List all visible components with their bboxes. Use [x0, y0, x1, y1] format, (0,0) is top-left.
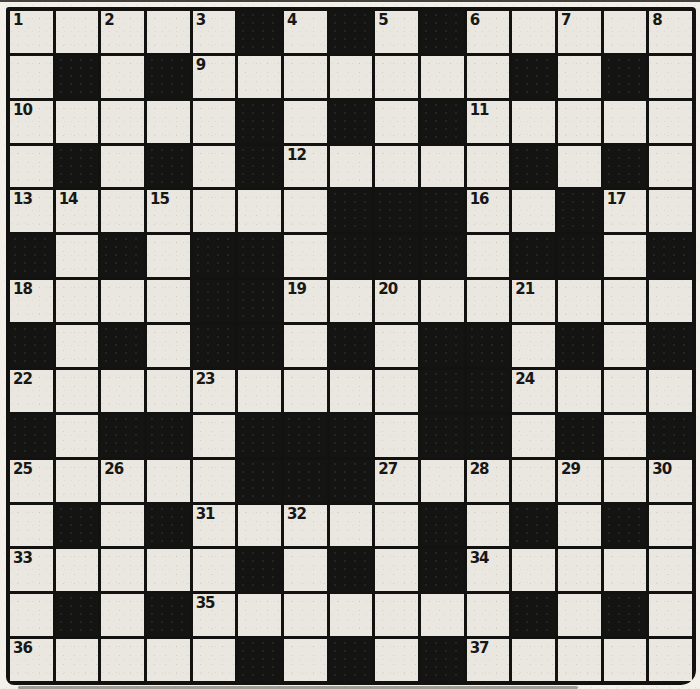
white-cell[interactable]: 31 [193, 505, 236, 547]
clue-number: 29 [561, 460, 580, 478]
black-cell [193, 325, 236, 367]
white-cell[interactable] [56, 639, 99, 681]
white-cell[interactable] [193, 146, 236, 188]
clue-number: 35 [196, 594, 215, 612]
white-cell[interactable] [56, 370, 99, 412]
white-cell[interactable] [101, 280, 144, 322]
white-cell[interactable]: 27 [375, 460, 418, 502]
clue-number: 22 [13, 370, 32, 388]
white-cell[interactable] [193, 549, 236, 591]
white-cell[interactable] [147, 280, 190, 322]
black-cell [421, 415, 464, 457]
black-cell [147, 505, 190, 547]
black-cell [330, 639, 373, 681]
white-cell[interactable]: 30 [649, 460, 692, 502]
white-cell[interactable] [375, 370, 418, 412]
white-cell[interactable] [512, 549, 555, 591]
white-cell[interactable]: 20 [375, 280, 418, 322]
black-cell [101, 325, 144, 367]
white-cell[interactable] [101, 594, 144, 636]
white-cell[interactable] [56, 460, 99, 502]
black-cell [238, 415, 281, 457]
black-cell [604, 146, 647, 188]
black-cell [193, 235, 236, 277]
white-cell[interactable]: 35 [193, 594, 236, 636]
white-cell[interactable] [558, 101, 601, 143]
clue-number: 2 [104, 11, 113, 29]
white-cell[interactable] [284, 549, 327, 591]
white-cell[interactable] [467, 594, 510, 636]
black-cell [467, 370, 510, 412]
white-cell[interactable] [649, 639, 692, 681]
black-cell [375, 190, 418, 232]
white-cell[interactable] [284, 190, 327, 232]
black-cell [56, 505, 99, 547]
white-cell[interactable] [375, 549, 418, 591]
clue-number: 34 [470, 549, 489, 567]
white-cell[interactable] [375, 505, 418, 547]
white-cell[interactable] [512, 415, 555, 457]
black-cell [147, 594, 190, 636]
black-cell [101, 235, 144, 277]
white-cell[interactable] [512, 101, 555, 143]
black-cell [558, 325, 601, 367]
clue-number: 30 [652, 460, 671, 478]
black-cell [238, 280, 281, 322]
white-cell[interactable] [193, 415, 236, 457]
white-cell[interactable] [193, 460, 236, 502]
white-cell[interactable]: 17 [604, 190, 647, 232]
white-cell[interactable]: 12 [284, 146, 327, 188]
black-cell [56, 146, 99, 188]
white-cell[interactable] [467, 235, 510, 277]
white-cell[interactable] [284, 235, 327, 277]
black-cell [10, 415, 53, 457]
white-cell[interactable]: 8 [649, 11, 692, 53]
white-cell[interactable] [512, 11, 555, 53]
white-cell[interactable] [375, 415, 418, 457]
scanned-newspaper-page: { "game": "crossword", "board": { "rows"… [0, 0, 700, 689]
white-cell[interactable] [649, 549, 692, 591]
white-cell[interactable] [375, 101, 418, 143]
white-cell[interactable] [101, 549, 144, 591]
white-cell[interactable] [512, 639, 555, 681]
white-cell[interactable]: 7 [558, 11, 601, 53]
black-cell [604, 56, 647, 98]
white-cell[interactable] [604, 101, 647, 143]
black-cell [10, 235, 53, 277]
black-cell [421, 325, 464, 367]
white-cell[interactable] [604, 11, 647, 53]
white-cell[interactable] [238, 594, 281, 636]
white-cell[interactable]: 32 [284, 505, 327, 547]
white-cell[interactable]: 25 [10, 460, 53, 502]
clue-number: 31 [196, 505, 215, 523]
white-cell[interactable] [238, 370, 281, 412]
white-cell[interactable] [284, 325, 327, 367]
white-cell[interactable] [558, 56, 601, 98]
white-cell[interactable] [649, 146, 692, 188]
white-cell[interactable] [375, 594, 418, 636]
white-cell[interactable] [649, 594, 692, 636]
white-cell[interactable] [284, 370, 327, 412]
white-cell[interactable] [604, 639, 647, 681]
black-cell [512, 56, 555, 98]
black-cell [330, 460, 373, 502]
black-cell [330, 235, 373, 277]
black-cell [330, 11, 373, 53]
white-cell[interactable] [147, 235, 190, 277]
black-cell [512, 594, 555, 636]
white-cell[interactable] [147, 325, 190, 367]
clue-number: 1 [13, 11, 22, 29]
clue-number: 4 [287, 11, 296, 29]
white-cell[interactable] [101, 639, 144, 681]
white-cell[interactable] [330, 146, 373, 188]
white-cell[interactable] [193, 101, 236, 143]
white-cell[interactable]: 6 [467, 11, 510, 53]
clue-number: 32 [287, 505, 306, 523]
white-cell[interactable] [56, 11, 99, 53]
clue-number: 20 [378, 280, 397, 298]
clue-number: 23 [196, 370, 215, 388]
black-cell [238, 11, 281, 53]
white-cell[interactable] [512, 190, 555, 232]
white-cell[interactable] [467, 146, 510, 188]
white-cell[interactable] [467, 56, 510, 98]
crossword-board: 1234567891011121314151617181920212223242… [6, 7, 696, 685]
clue-number: 36 [13, 639, 32, 657]
white-cell[interactable] [101, 101, 144, 143]
black-cell [330, 101, 373, 143]
white-cell[interactable] [649, 280, 692, 322]
black-cell [101, 415, 144, 457]
white-cell[interactable]: 26 [101, 460, 144, 502]
black-cell [330, 549, 373, 591]
white-cell[interactable] [604, 549, 647, 591]
white-cell[interactable] [330, 370, 373, 412]
white-cell[interactable] [238, 505, 281, 547]
black-cell [558, 190, 601, 232]
white-cell[interactable] [330, 594, 373, 636]
white-cell[interactable] [10, 505, 53, 547]
white-cell[interactable] [56, 235, 99, 277]
clue-number: 25 [13, 460, 32, 478]
white-cell[interactable] [604, 415, 647, 457]
white-cell[interactable]: 16 [467, 190, 510, 232]
white-cell[interactable] [193, 190, 236, 232]
black-cell [558, 415, 601, 457]
clue-number: 27 [378, 460, 397, 478]
clue-number: 6 [470, 11, 479, 29]
white-cell[interactable] [56, 415, 99, 457]
black-cell [193, 280, 236, 322]
white-cell[interactable]: 2 [101, 11, 144, 53]
white-cell[interactable]: 3 [193, 11, 236, 53]
white-cell[interactable]: 11 [467, 101, 510, 143]
white-cell[interactable] [421, 56, 464, 98]
clue-number: 26 [104, 460, 123, 478]
black-cell [238, 549, 281, 591]
white-cell[interactable] [467, 505, 510, 547]
black-cell [147, 415, 190, 457]
white-cell[interactable] [649, 370, 692, 412]
white-cell[interactable] [330, 56, 373, 98]
black-cell [238, 639, 281, 681]
clue-number: 24 [515, 370, 534, 388]
white-cell[interactable] [147, 460, 190, 502]
clue-number: 28 [470, 460, 489, 478]
white-cell[interactable]: 18 [10, 280, 53, 322]
black-cell [512, 235, 555, 277]
clue-number: 11 [470, 101, 489, 119]
black-cell [558, 235, 601, 277]
clue-number: 37 [470, 639, 489, 657]
white-cell[interactable] [649, 101, 692, 143]
white-cell[interactable] [101, 505, 144, 547]
clue-number: 9 [196, 56, 205, 74]
white-cell[interactable]: 21 [512, 280, 555, 322]
clue-number: 14 [59, 190, 78, 208]
black-cell [330, 190, 373, 232]
white-cell[interactable]: 13 [10, 190, 53, 232]
clue-number: 33 [13, 549, 32, 567]
white-cell[interactable] [147, 370, 190, 412]
white-cell[interactable] [193, 639, 236, 681]
white-cell[interactable] [56, 280, 99, 322]
white-cell[interactable] [375, 146, 418, 188]
clue-number: 21 [515, 280, 534, 298]
black-cell [56, 594, 99, 636]
white-cell[interactable]: 33 [10, 549, 53, 591]
white-cell[interactable] [421, 460, 464, 502]
white-cell[interactable] [512, 325, 555, 367]
white-cell[interactable] [10, 594, 53, 636]
black-cell [147, 56, 190, 98]
white-cell[interactable] [147, 549, 190, 591]
white-cell[interactable] [284, 594, 327, 636]
white-cell[interactable]: 28 [467, 460, 510, 502]
white-cell[interactable]: 37 [467, 639, 510, 681]
white-cell[interactable]: 19 [284, 280, 327, 322]
white-cell[interactable] [101, 190, 144, 232]
clue-number: 17 [607, 190, 626, 208]
clue-number: 16 [470, 190, 489, 208]
white-cell[interactable] [238, 56, 281, 98]
white-cell[interactable] [649, 505, 692, 547]
black-cell [649, 415, 692, 457]
white-cell[interactable] [421, 146, 464, 188]
white-cell[interactable] [558, 505, 601, 547]
black-cell [649, 325, 692, 367]
black-cell [512, 146, 555, 188]
black-cell [421, 549, 464, 591]
white-cell[interactable] [375, 56, 418, 98]
white-cell[interactable] [375, 325, 418, 367]
black-cell [512, 505, 555, 547]
white-cell[interactable]: 9 [193, 56, 236, 98]
white-cell[interactable] [101, 56, 144, 98]
white-cell[interactable] [649, 190, 692, 232]
white-cell[interactable]: 36 [10, 639, 53, 681]
white-cell[interactable] [10, 56, 53, 98]
white-cell[interactable]: 34 [467, 549, 510, 591]
white-cell[interactable] [558, 549, 601, 591]
black-cell [56, 56, 99, 98]
black-cell [421, 190, 464, 232]
white-cell[interactable] [649, 56, 692, 98]
white-cell[interactable]: 4 [284, 11, 327, 53]
black-cell [421, 101, 464, 143]
white-cell[interactable] [558, 639, 601, 681]
white-cell[interactable] [147, 11, 190, 53]
white-cell[interactable] [604, 370, 647, 412]
white-cell[interactable] [284, 56, 327, 98]
black-cell [467, 415, 510, 457]
white-cell[interactable]: 29 [558, 460, 601, 502]
clue-number: 10 [13, 101, 32, 119]
black-cell [330, 325, 373, 367]
black-cell [421, 370, 464, 412]
white-cell[interactable] [56, 101, 99, 143]
white-cell[interactable] [467, 280, 510, 322]
white-cell[interactable] [558, 370, 601, 412]
black-cell [238, 235, 281, 277]
white-cell[interactable] [330, 280, 373, 322]
clue-number: 8 [652, 11, 661, 29]
white-cell[interactable] [56, 325, 99, 367]
white-cell[interactable] [101, 370, 144, 412]
white-cell[interactable]: 10 [10, 101, 53, 143]
white-cell[interactable] [284, 101, 327, 143]
white-cell[interactable] [604, 235, 647, 277]
white-cell[interactable]: 23 [193, 370, 236, 412]
white-cell[interactable] [56, 549, 99, 591]
black-cell [649, 235, 692, 277]
white-cell[interactable]: 14 [56, 190, 99, 232]
black-cell [238, 101, 281, 143]
black-cell [284, 415, 327, 457]
black-cell [238, 146, 281, 188]
clue-number: 15 [150, 190, 169, 208]
black-cell [147, 146, 190, 188]
white-cell[interactable] [10, 146, 53, 188]
clue-number: 19 [287, 280, 306, 298]
white-cell[interactable] [558, 594, 601, 636]
clue-number: 12 [287, 146, 306, 164]
clue-number: 7 [561, 11, 570, 29]
white-cell[interactable] [512, 460, 555, 502]
black-cell [375, 235, 418, 277]
white-cell[interactable]: 24 [512, 370, 555, 412]
black-cell [421, 11, 464, 53]
white-cell[interactable] [375, 639, 418, 681]
white-cell[interactable] [558, 146, 601, 188]
black-cell [284, 460, 327, 502]
white-cell[interactable] [330, 505, 373, 547]
white-cell[interactable] [101, 146, 144, 188]
black-cell [467, 325, 510, 367]
white-cell[interactable] [558, 280, 601, 322]
clue-number: 3 [196, 11, 205, 29]
black-cell [10, 325, 53, 367]
black-cell [604, 505, 647, 547]
white-cell[interactable] [604, 280, 647, 322]
scan-artifact-top-line [0, 0, 700, 2]
clue-number: 18 [13, 280, 32, 298]
black-cell [238, 460, 281, 502]
black-cell [238, 325, 281, 367]
black-cell [421, 505, 464, 547]
clue-number: 13 [13, 190, 32, 208]
white-cell[interactable] [604, 460, 647, 502]
white-cell[interactable] [421, 594, 464, 636]
clue-number: 5 [378, 11, 387, 29]
white-cell[interactable] [284, 639, 327, 681]
white-cell[interactable] [421, 280, 464, 322]
white-cell[interactable]: 1 [10, 11, 53, 53]
white-cell[interactable]: 5 [375, 11, 418, 53]
black-cell [330, 415, 373, 457]
white-cell[interactable] [147, 639, 190, 681]
black-cell [604, 594, 647, 636]
white-cell[interactable]: 22 [10, 370, 53, 412]
white-cell[interactable] [238, 190, 281, 232]
black-cell [421, 235, 464, 277]
black-cell [421, 639, 464, 681]
white-cell[interactable]: 15 [147, 190, 190, 232]
white-cell[interactable] [147, 101, 190, 143]
white-cell[interactable] [604, 325, 647, 367]
